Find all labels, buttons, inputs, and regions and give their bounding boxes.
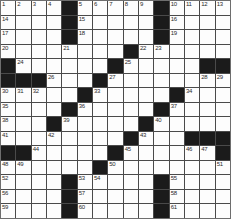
white-cell[interactable] [16,190,30,204]
white-cell[interactable] [32,161,46,175]
black-cell [154,190,168,204]
white-cell[interactable]: 20 [1,45,15,59]
white-cell[interactable] [47,175,61,189]
white-cell[interactable] [93,132,107,146]
clue-number: 57 [79,190,85,197]
clue-number: 12 [201,1,207,8]
black-cell [154,103,168,117]
white-cell[interactable] [47,45,61,59]
white-cell[interactable] [170,45,184,59]
white-cell[interactable] [200,30,214,44]
white-cell[interactable]: 41 [1,132,15,146]
white-cell[interactable]: 55 [170,175,184,189]
white-cell[interactable]: 54 [93,175,107,189]
white-cell[interactable] [185,103,199,117]
white-cell[interactable] [124,117,138,131]
clue-number: 9 [140,1,143,8]
clue-number: 25 [125,59,131,66]
white-cell[interactable]: 48 [1,161,15,175]
black-cell [32,74,46,88]
white-cell[interactable]: 22 [139,45,153,59]
white-cell[interactable] [47,59,61,73]
white-cell[interactable] [32,30,46,44]
clue-number: 59 [2,204,8,211]
white-cell[interactable]: 32 [32,88,46,102]
white-cell[interactable] [139,204,153,218]
white-cell[interactable] [47,30,61,44]
white-cell[interactable]: 14 [1,16,15,30]
white-cell[interactable] [93,45,107,59]
clue-number: 3 [33,1,36,8]
white-cell[interactable]: 11 [185,1,199,15]
white-cell[interactable] [216,88,230,102]
white-cell[interactable] [139,59,153,73]
white-cell[interactable]: 9 [139,1,153,15]
clue-number: 34 [186,88,192,95]
white-cell[interactable] [93,103,107,117]
clue-number: 8 [125,1,128,8]
white-cell[interactable]: 18 [78,30,92,44]
white-cell[interactable]: 4 [47,1,61,15]
black-cell [154,30,168,44]
white-cell[interactable]: 51 [216,161,230,175]
clue-number: 35 [2,103,8,110]
white-cell[interactable]: 57 [78,190,92,204]
white-cell[interactable] [170,132,184,146]
white-cell[interactable]: 40 [154,117,168,131]
white-cell[interactable] [108,190,122,204]
clue-number: 45 [125,146,131,153]
white-cell[interactable] [185,204,199,218]
clue-number: 61 [171,204,177,211]
white-cell[interactable] [185,30,199,44]
clue-number: 1 [2,1,5,8]
white-cell[interactable]: 49 [16,161,30,175]
white-cell[interactable]: 45 [124,146,138,160]
white-cell[interactable] [62,146,76,160]
white-cell[interactable]: 19 [170,30,184,44]
white-cell[interactable] [154,59,168,73]
white-cell[interactable]: 15 [78,16,92,30]
clue-number: 52 [2,175,8,182]
white-cell[interactable] [78,45,92,59]
white-cell[interactable] [216,175,230,189]
clue-number: 41 [2,132,8,139]
black-cell [93,161,107,175]
white-cell[interactable]: 29 [216,74,230,88]
white-cell[interactable] [47,161,61,175]
white-cell[interactable] [108,204,122,218]
black-cell [16,146,30,160]
white-cell[interactable]: 35 [1,103,15,117]
black-cell [47,117,61,131]
white-cell[interactable] [62,74,76,88]
clue-number: 32 [33,88,39,95]
black-cell [62,175,76,189]
white-cell[interactable] [78,59,92,73]
clue-number: 7 [109,1,112,8]
white-cell[interactable] [32,45,46,59]
clue-number: 21 [63,45,69,52]
white-cell[interactable] [124,74,138,88]
white-cell[interactable]: 46 [185,146,199,160]
white-cell[interactable] [124,161,138,175]
black-cell [62,204,76,218]
white-cell[interactable] [32,204,46,218]
black-cell [139,117,153,131]
clue-number: 28 [201,74,207,81]
white-cell[interactable] [62,132,76,146]
white-cell[interactable]: 34 [185,88,199,102]
white-cell[interactable] [139,30,153,44]
white-cell[interactable] [200,16,214,30]
white-cell[interactable] [216,16,230,30]
white-cell[interactable] [154,146,168,160]
clue-number: 23 [155,45,161,52]
white-cell[interactable] [47,88,61,102]
white-cell[interactable] [78,161,92,175]
white-cell[interactable]: 6 [93,1,107,15]
clue-number: 53 [79,175,85,182]
black-cell [16,74,30,88]
black-cell [108,146,122,160]
black-cell [200,132,214,146]
white-cell[interactable] [200,88,214,102]
white-cell[interactable] [185,45,199,59]
clue-number: 24 [17,59,23,66]
clue-number: 6 [94,1,97,8]
clue-number: 31 [17,88,23,95]
white-cell[interactable] [32,175,46,189]
white-cell[interactable] [78,132,92,146]
black-cell [108,59,122,73]
white-cell[interactable] [108,45,122,59]
white-cell[interactable]: 23 [154,45,168,59]
white-cell[interactable] [62,88,76,102]
white-cell[interactable] [16,132,30,146]
white-cell[interactable]: 61 [170,204,184,218]
white-cell[interactable]: 7 [108,1,122,15]
white-cell[interactable]: 56 [1,190,15,204]
white-cell[interactable] [108,103,122,117]
clue-number: 55 [171,175,177,182]
white-cell[interactable] [16,103,30,117]
white-cell[interactable]: 30 [1,88,15,102]
white-cell[interactable] [216,30,230,44]
black-cell [200,59,214,73]
white-cell[interactable] [185,16,199,30]
black-cell [62,190,76,204]
white-cell[interactable] [200,45,214,59]
white-cell[interactable] [170,146,184,160]
clue-number: 48 [2,161,8,168]
white-cell[interactable] [93,117,107,131]
white-cell[interactable] [185,175,199,189]
white-cell[interactable] [185,59,199,73]
clue-number: 44 [33,146,39,153]
clue-number: 29 [217,74,223,81]
black-cell [1,59,15,73]
white-cell[interactable] [32,132,46,146]
white-cell[interactable]: 12 [200,1,214,15]
clue-number: 33 [94,88,100,95]
white-cell[interactable]: 1 [1,1,15,15]
white-cell[interactable] [16,175,30,189]
black-cell [124,45,138,59]
white-cell[interactable] [78,74,92,88]
white-cell[interactable]: 33 [93,88,107,102]
white-cell[interactable]: 59 [1,204,15,218]
black-cell [1,74,15,88]
white-cell[interactable]: 28 [200,74,214,88]
clue-number: 54 [94,175,100,182]
clue-number: 36 [79,103,85,110]
clue-number: 14 [2,16,8,23]
white-cell[interactable] [139,103,153,117]
white-cell[interactable]: 60 [78,204,92,218]
clue-number: 27 [109,74,115,81]
white-cell[interactable] [200,204,214,218]
clue-number: 16 [171,16,177,23]
white-cell[interactable] [124,30,138,44]
clue-number: 50 [109,161,115,168]
white-cell[interactable] [93,30,107,44]
white-cell[interactable] [47,16,61,30]
black-cell [1,146,15,160]
white-cell[interactable] [154,161,168,175]
white-cell[interactable]: 26 [47,74,61,88]
clue-number: 20 [2,45,8,52]
white-cell[interactable]: 31 [16,88,30,102]
clue-number: 38 [2,117,8,124]
white-cell[interactable]: 27 [108,74,122,88]
clue-number: 60 [79,204,85,211]
white-cell[interactable] [216,204,230,218]
white-cell[interactable] [124,16,138,30]
white-cell[interactable] [216,103,230,117]
clue-number: 22 [140,45,146,52]
clue-number: 2 [17,1,20,8]
white-cell[interactable] [154,132,168,146]
black-cell [154,175,168,189]
white-cell[interactable] [200,175,214,189]
white-cell[interactable] [78,146,92,160]
white-cell[interactable] [47,146,61,160]
white-cell[interactable] [139,74,153,88]
clue-number: 47 [201,146,207,153]
white-cell[interactable]: 52 [1,175,15,189]
white-cell[interactable] [32,117,46,131]
white-cell[interactable] [216,45,230,59]
white-cell[interactable] [154,74,168,88]
white-cell[interactable]: 39 [62,117,76,131]
white-cell[interactable] [62,161,76,175]
white-cell[interactable] [185,74,199,88]
white-cell[interactable] [170,74,184,88]
white-cell[interactable] [108,88,122,102]
white-cell[interactable]: 2 [16,1,30,15]
clue-number: 43 [140,132,146,139]
white-cell[interactable] [93,16,107,30]
white-cell[interactable] [170,59,184,73]
white-cell[interactable]: 21 [62,45,76,59]
black-cell [62,1,76,15]
black-cell [93,74,107,88]
white-cell[interactable] [185,190,199,204]
clue-number: 49 [17,161,23,168]
clue-number: 5 [79,1,82,8]
clue-number: 56 [2,190,8,197]
white-cell[interactable] [124,175,138,189]
black-cell [216,132,230,146]
clue-number: 13 [217,1,223,8]
white-cell[interactable] [185,117,199,131]
white-cell[interactable] [139,88,153,102]
black-cell [185,132,199,146]
clue-number: 39 [63,117,69,124]
white-cell[interactable] [216,190,230,204]
clue-number: 58 [171,190,177,197]
white-cell[interactable]: 8 [124,1,138,15]
white-cell[interactable] [32,16,46,30]
clue-number: 18 [79,30,85,37]
white-cell[interactable] [139,190,153,204]
clue-number: 10 [171,1,177,8]
clue-number: 19 [171,30,177,37]
white-cell[interactable] [93,146,107,160]
clue-number: 30 [2,88,8,95]
clue-number: 37 [171,103,177,110]
clue-number: 4 [48,1,51,8]
black-cell [62,30,76,44]
clue-number: 17 [2,30,8,37]
white-cell[interactable]: 25 [124,59,138,73]
white-cell[interactable] [32,190,46,204]
clue-number: 15 [79,16,85,23]
clue-number: 26 [48,74,54,81]
clue-number: 51 [217,161,223,168]
white-cell[interactable]: 38 [1,117,15,131]
white-cell[interactable] [200,103,214,117]
white-cell[interactable] [139,175,153,189]
white-cell[interactable] [93,204,107,218]
white-cell[interactable] [108,175,122,189]
white-cell[interactable] [16,204,30,218]
white-cell[interactable] [93,190,107,204]
white-cell[interactable] [200,161,214,175]
black-cell [216,146,230,160]
white-cell[interactable]: 58 [170,190,184,204]
white-cell[interactable] [216,117,230,131]
black-cell [62,103,76,117]
white-cell[interactable]: 50 [108,161,122,175]
white-cell[interactable]: 24 [16,59,30,73]
white-cell[interactable] [108,16,122,30]
white-cell[interactable] [47,204,61,218]
white-cell[interactable] [78,117,92,131]
white-cell[interactable] [108,117,122,131]
white-cell[interactable] [200,190,214,204]
clue-number: 46 [186,146,192,153]
white-cell[interactable] [47,190,61,204]
white-cell[interactable]: 36 [78,103,92,117]
white-cell[interactable]: 53 [78,175,92,189]
white-cell[interactable] [185,161,199,175]
white-cell[interactable] [93,59,107,73]
white-cell[interactable] [32,103,46,117]
white-cell[interactable] [47,103,61,117]
white-cell[interactable] [16,45,30,59]
crossword-grid: 1234567891011121314151617181920212223242… [0,0,231,219]
white-cell[interactable] [32,59,46,73]
white-cell[interactable] [200,117,214,131]
white-cell[interactable]: 3 [32,1,46,15]
clue-number: 11 [186,1,192,8]
white-cell[interactable] [139,16,153,30]
white-cell[interactable] [170,161,184,175]
white-cell[interactable] [108,30,122,44]
white-cell[interactable]: 42 [47,132,61,146]
clue-number: 42 [48,132,54,139]
white-cell[interactable] [124,204,138,218]
white-cell[interactable] [16,30,30,44]
clue-number: 40 [155,117,161,124]
white-cell[interactable]: 10 [170,1,184,15]
white-cell[interactable]: 43 [139,132,153,146]
white-cell[interactable]: 17 [1,30,15,44]
black-cell [78,88,92,102]
black-cell [154,16,168,30]
white-cell[interactable] [170,117,184,131]
white-cell[interactable]: 47 [200,146,214,160]
white-cell[interactable] [124,88,138,102]
white-cell[interactable] [154,88,168,102]
white-cell[interactable]: 44 [32,146,46,160]
white-cell[interactable]: 37 [170,103,184,117]
crossword-page: 1234567891011121314151617181920212223242… [0,0,231,219]
white-cell[interactable] [16,117,30,131]
white-cell[interactable] [124,190,138,204]
white-cell[interactable] [139,146,153,160]
black-cell [216,59,230,73]
white-cell[interactable] [139,161,153,175]
black-cell [154,1,168,15]
white-cell[interactable] [62,59,76,73]
white-cell[interactable]: 13 [216,1,230,15]
black-cell [124,132,138,146]
black-cell [62,16,76,30]
white-cell[interactable]: 16 [170,16,184,30]
white-cell[interactable]: 5 [78,1,92,15]
black-cell [170,88,184,102]
white-cell[interactable] [124,103,138,117]
white-cell[interactable] [108,132,122,146]
black-cell [154,204,168,218]
white-cell[interactable] [16,16,30,30]
